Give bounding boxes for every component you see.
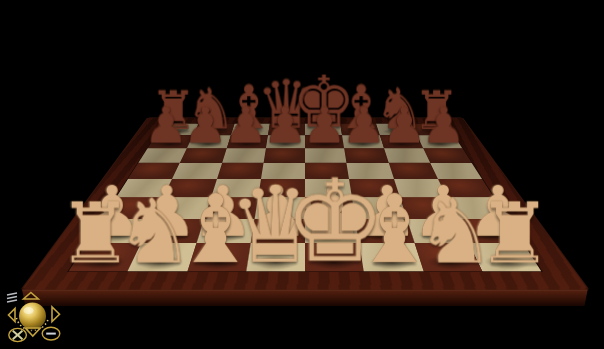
zoom-out-button[interactable] xyxy=(42,327,60,340)
board-front-edge xyxy=(22,290,588,307)
black-pawn-h7[interactable]: ♟ xyxy=(421,100,466,150)
board-grid: ♜♞♝♛♚♝♞♜♟♟♟♟♟♟♟♟♟♟♟♟♟♟♟♟♜♞♝♛♚♝♞♜ xyxy=(69,124,541,272)
black-pawn-g7[interactable]: ♟ xyxy=(382,100,427,150)
black-pawn-a7[interactable]: ♟ xyxy=(144,100,189,150)
square-c6[interactable] xyxy=(222,148,266,162)
square-f7[interactable]: ♟ xyxy=(342,135,383,148)
tilt-up-arrow[interactable] xyxy=(24,293,39,300)
trackball-highlight xyxy=(24,307,34,314)
square-h7[interactable]: ♟ xyxy=(417,135,463,148)
white-king-e1[interactable]: ♚ xyxy=(284,164,386,278)
square-b6[interactable] xyxy=(180,148,226,162)
view-lines-icon[interactable] xyxy=(7,293,17,302)
square-d7[interactable]: ♟ xyxy=(266,135,305,148)
square-c7[interactable]: ♟ xyxy=(226,135,267,148)
square-e7[interactable]: ♟ xyxy=(305,135,344,148)
rotate-right-arrow[interactable] xyxy=(52,307,60,322)
camera-trackball-widget xyxy=(2,284,66,346)
tilt-down-arrow[interactable] xyxy=(25,328,40,336)
black-pawn-b7[interactable]: ♟ xyxy=(183,100,228,150)
square-h6[interactable] xyxy=(423,148,472,162)
black-pawn-d7[interactable]: ♟ xyxy=(263,100,308,150)
black-pawn-e7[interactable]: ♟ xyxy=(302,100,347,150)
black-pawn-c7[interactable]: ♟ xyxy=(223,100,268,150)
board-3d-scene: ♜♞♝♛♚♝♞♜♟♟♟♟♟♟♟♟♟♟♟♟♟♟♟♟♜♞♝♛♚♝♞♜ xyxy=(103,0,507,349)
square-e1[interactable]: ♚ xyxy=(305,243,364,271)
square-g6[interactable] xyxy=(384,148,430,162)
chess-app-viewport: ♜♞♝♛♚♝♞♜♟♟♟♟♟♟♟♟♟♟♟♟♟♟♟♟♜♞♝♛♚♝♞♜ xyxy=(0,0,604,349)
square-g1[interactable]: ♞ xyxy=(414,243,482,271)
white-knight-g1[interactable]: ♞ xyxy=(415,187,495,276)
trackball[interactable] xyxy=(19,303,46,330)
black-pawn-f7[interactable]: ♟ xyxy=(342,100,387,150)
chess-board: ♜♞♝♛♚♝♞♜♟♟♟♟♟♟♟♟♟♟♟♟♟♟♟♟♜♞♝♛♚♝♞♜ xyxy=(22,118,588,290)
square-g7[interactable]: ♟ xyxy=(379,135,422,148)
rotate-left-arrow[interactable] xyxy=(9,309,16,322)
rotate-free-button[interactable] xyxy=(9,328,27,341)
